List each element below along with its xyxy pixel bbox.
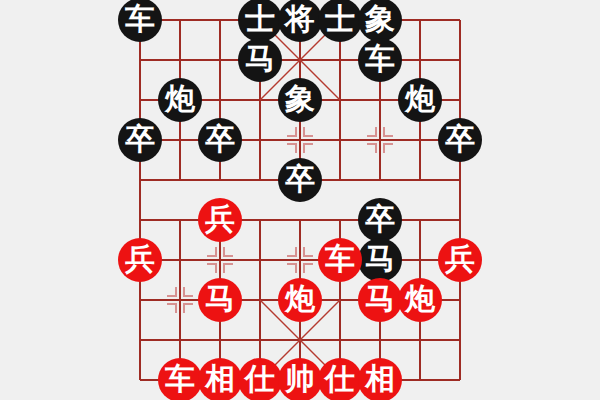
piece-black-advisor[interactable]: 士 xyxy=(318,0,362,42)
xiangqi-board: 车士将士象马车炮象炮卒卒卒卒卒马兵兵车兵马炮马炮车相仕帅仕相 xyxy=(0,0,600,400)
piece-black-horse[interactable]: 马 xyxy=(358,238,402,282)
piece-black-elephant[interactable]: 象 xyxy=(278,78,322,122)
piece-red-horse[interactable]: 马 xyxy=(358,278,402,322)
piece-red-cannon[interactable]: 炮 xyxy=(398,278,442,322)
piece-black-horse[interactable]: 马 xyxy=(238,38,282,82)
piece-black-cannon[interactable]: 炮 xyxy=(398,78,442,122)
piece-black-pawn[interactable]: 卒 xyxy=(118,118,162,162)
piece-red-elephant[interactable]: 相 xyxy=(198,358,242,400)
piece-red-advisor[interactable]: 仕 xyxy=(318,358,362,400)
piece-black-pawn[interactable]: 卒 xyxy=(198,118,242,162)
piece-red-pawn[interactable]: 兵 xyxy=(438,238,482,282)
piece-black-pawn[interactable]: 卒 xyxy=(438,118,482,162)
pieces-layer: 车士将士象马车炮象炮卒卒卒卒卒马兵兵车兵马炮马炮车相仕帅仕相 xyxy=(120,0,480,400)
piece-black-pawn[interactable]: 卒 xyxy=(278,158,322,202)
piece-red-rook[interactable]: 车 xyxy=(318,238,362,282)
piece-red-advisor[interactable]: 仕 xyxy=(238,358,282,400)
piece-red-king[interactable]: 帅 xyxy=(278,358,322,400)
piece-red-cannon[interactable]: 炮 xyxy=(278,278,322,322)
piece-black-rook[interactable]: 车 xyxy=(358,38,402,82)
piece-red-elephant[interactable]: 相 xyxy=(358,358,402,400)
piece-black-cannon[interactable]: 炮 xyxy=(158,78,202,122)
piece-black-rook[interactable]: 车 xyxy=(118,0,162,42)
piece-black-advisor[interactable]: 士 xyxy=(238,0,282,42)
piece-red-horse[interactable]: 马 xyxy=(198,278,242,322)
piece-black-elephant[interactable]: 象 xyxy=(358,0,402,42)
piece-black-pawn[interactable]: 卒 xyxy=(358,198,402,242)
piece-red-pawn[interactable]: 兵 xyxy=(198,198,242,242)
piece-black-general[interactable]: 将 xyxy=(278,0,322,42)
piece-red-rook[interactable]: 车 xyxy=(158,358,202,400)
piece-red-pawn[interactable]: 兵 xyxy=(118,238,162,282)
